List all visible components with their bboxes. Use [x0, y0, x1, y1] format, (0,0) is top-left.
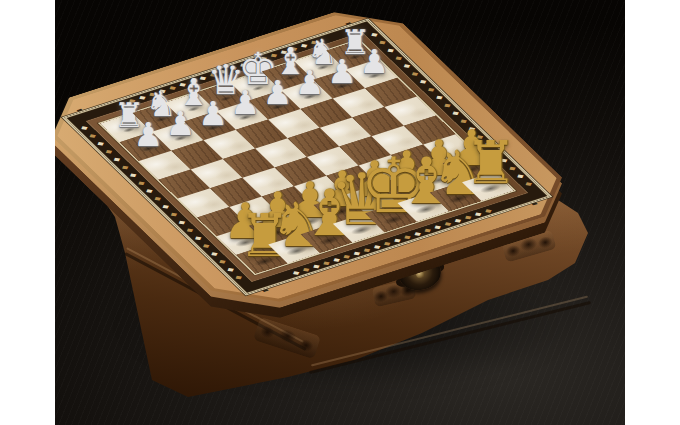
- screenshot-canvas: ◆◆◆ ◆◆◆ ◆◆◆ ◆◆◆ ◆◆◆◆◆◆◆◆◆◆◆◆◆◆◆◆◆◆◆◆ ◆◆◆…: [0, 0, 680, 425]
- photo-scene: ◆◆◆ ◆◆◆ ◆◆◆ ◆◆◆ ◆◆◆◆◆◆◆◆◆◆◆◆◆◆◆◆◆◆◆◆ ◆◆◆…: [55, 0, 625, 425]
- square-h1: ♜: [462, 172, 514, 201]
- left-white-margin: [0, 0, 55, 425]
- right-white-margin: [625, 0, 680, 425]
